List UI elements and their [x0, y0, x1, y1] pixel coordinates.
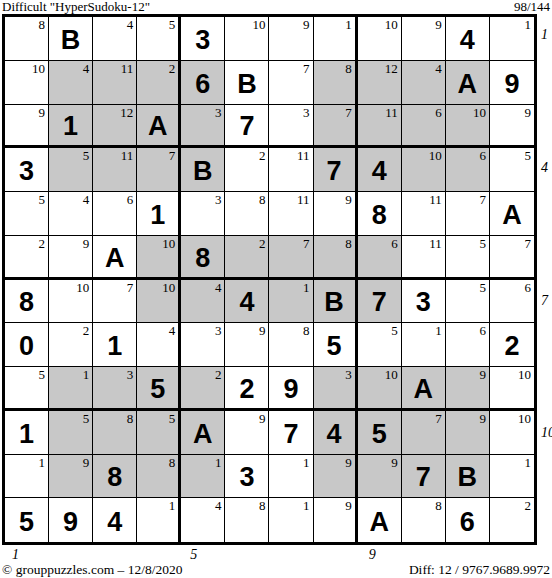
- given-glyph: 3: [181, 17, 224, 60]
- cell-r10c10[interactable]: 7: [402, 411, 446, 455]
- cell-r4c12[interactable]: 5: [490, 148, 534, 192]
- pencil-mark: 7: [169, 148, 176, 163]
- cell-r12c5[interactable]: 4: [181, 498, 225, 542]
- cell-r10c12[interactable]: 10: [490, 411, 534, 455]
- cell-r10c9[interactable]: 5: [358, 411, 402, 455]
- cell-r3c6[interactable]: 7: [225, 105, 269, 149]
- cell-r2c6[interactable]: B: [225, 61, 269, 105]
- cell-r5c7[interactable]: 11: [269, 192, 313, 236]
- row-label-10: 10: [541, 425, 552, 441]
- given-glyph: 7: [402, 455, 445, 498]
- cell-r4c4[interactable]: 7: [137, 148, 181, 192]
- cell-r4c9[interactable]: 4: [358, 148, 402, 192]
- given-glyph: A: [181, 411, 224, 454]
- cell-r3c8[interactable]: 7: [314, 105, 358, 149]
- cell-r11c2[interactable]: 9: [49, 455, 93, 499]
- pencil-mark: 10: [32, 61, 45, 76]
- given-glyph: 9: [490, 61, 534, 104]
- pencil-mark: 5: [479, 236, 486, 251]
- cell-r12c1[interactable]: 5: [5, 498, 49, 542]
- cell-r3c4[interactable]: A: [137, 105, 181, 149]
- given-glyph: A: [93, 236, 136, 277]
- cell-r7c8[interactable]: B: [314, 280, 358, 324]
- cell-r8c12[interactable]: 2: [490, 323, 534, 367]
- cell-r11c9[interactable]: 9: [358, 455, 402, 499]
- pencil-mark: 7: [127, 280, 134, 295]
- pencil-mark: 2: [259, 236, 266, 251]
- pencil-mark: 9: [259, 411, 266, 426]
- cell-r12c6[interactable]: 8: [225, 498, 269, 542]
- given-glyph: 7: [225, 105, 268, 146]
- cell-r1c3[interactable]: 4: [93, 17, 137, 61]
- cell-r12c12[interactable]: 2: [490, 498, 534, 542]
- cell-r4c1[interactable]: 3: [5, 148, 49, 192]
- cell-r11c3[interactable]: 8: [93, 455, 137, 499]
- cell-r5c4[interactable]: 1: [137, 192, 181, 236]
- pencil-mark: 4: [127, 17, 134, 32]
- pencil-mark: 10: [385, 367, 398, 382]
- pencil-mark: 9: [303, 17, 310, 32]
- cell-r6c4[interactable]: 10: [137, 236, 181, 280]
- cell-r2c10[interactable]: 4: [402, 61, 446, 105]
- cell-r5c10[interactable]: 11: [402, 192, 446, 236]
- copyright-text: © grouppuzzles.com – 12/8/2020: [2, 562, 182, 578]
- cell-r2c9[interactable]: 12: [358, 61, 402, 105]
- pencil-mark: 1: [524, 17, 531, 32]
- pencil-mark: 2: [39, 236, 46, 251]
- pencil-mark: 4: [215, 498, 222, 513]
- cell-r8c7[interactable]: 8: [269, 323, 313, 367]
- pencil-mark: 10: [76, 280, 89, 295]
- pencil-mark: 9: [524, 105, 531, 120]
- pencil-mark: 9: [479, 411, 486, 426]
- cell-r5c3[interactable]: 6: [93, 192, 137, 236]
- given-glyph: 0: [5, 323, 48, 366]
- cell-r3c11[interactable]: 10: [446, 105, 490, 149]
- cell-r4c3[interactable]: 11: [93, 148, 137, 192]
- pencil-mark: 2: [169, 61, 176, 76]
- pencil-mark: 10: [252, 17, 265, 32]
- given-glyph: A: [446, 61, 489, 104]
- cell-r12c10[interactable]: 8: [402, 498, 446, 542]
- cell-r6c10[interactable]: 11: [402, 236, 446, 280]
- puzzle-page: Difficult "HyperSudoku-12" 98/144 8B4531…: [0, 0, 552, 578]
- pencil-mark: 4: [215, 280, 222, 295]
- pencil-mark: 8: [259, 498, 266, 513]
- pencil-mark: 8: [303, 323, 310, 338]
- pencil-mark: 1: [215, 455, 222, 470]
- pencil-mark: 5: [39, 192, 46, 207]
- cell-r5c1[interactable]: 5: [5, 192, 49, 236]
- cell-r4c10[interactable]: 10: [402, 148, 446, 192]
- pencil-mark: 6: [435, 105, 442, 120]
- cell-r3c1[interactable]: 9: [5, 105, 49, 149]
- pencil-mark: 9: [83, 236, 90, 251]
- pencil-mark: 5: [169, 17, 176, 32]
- pencil-mark: 8: [345, 61, 352, 76]
- cell-r1c9[interactable]: 10: [358, 17, 402, 61]
- cell-r1c1[interactable]: 8: [5, 17, 49, 61]
- cell-r6c9[interactable]: 6: [358, 236, 402, 280]
- pencil-mark: 8: [259, 192, 266, 207]
- pencil-mark: 3: [215, 323, 222, 338]
- pencil-mark: 11: [297, 148, 310, 163]
- given-glyph: 2: [225, 367, 268, 408]
- cell-r10c7[interactable]: 7: [269, 411, 313, 455]
- given-glyph: 8: [5, 280, 48, 323]
- pencil-mark: 10: [473, 105, 486, 120]
- cell-r11c4[interactable]: 8: [137, 455, 181, 499]
- cell-r3c7[interactable]: 3: [269, 105, 313, 149]
- given-glyph: 3: [225, 455, 268, 498]
- cell-r3c2[interactable]: 1: [49, 105, 93, 149]
- cell-r4c2[interactable]: 5: [49, 148, 93, 192]
- cell-r4c5[interactable]: B: [181, 148, 225, 192]
- cell-r9c12[interactable]: 10: [490, 367, 534, 411]
- cell-r7c4[interactable]: 10: [137, 280, 181, 324]
- cell-r3c3[interactable]: 12: [93, 105, 137, 149]
- pencil-mark: 1: [303, 498, 310, 513]
- cell-r7c5[interactable]: 4: [181, 280, 225, 324]
- pencil-mark: 9: [391, 455, 398, 470]
- cell-r9c3[interactable]: 3: [93, 367, 137, 411]
- cell-r8c9[interactable]: 5: [358, 323, 402, 367]
- given-glyph: 1: [49, 105, 92, 146]
- cell-r8c6[interactable]: 9: [225, 323, 269, 367]
- given-glyph: 4: [446, 17, 489, 60]
- cell-r6c12[interactable]: 7: [490, 236, 534, 280]
- pencil-mark: 11: [429, 192, 442, 207]
- cell-r12c3[interactable]: 4: [93, 498, 137, 542]
- pencil-mark: 11: [385, 105, 398, 120]
- cell-r6c8[interactable]: 8: [314, 236, 358, 280]
- cell-r9c7[interactable]: 9: [269, 367, 313, 411]
- given-glyph: 7: [269, 411, 312, 454]
- given-glyph: 3: [5, 148, 48, 191]
- pencil-mark: 2: [83, 323, 90, 338]
- cell-r11c8[interactable]: 9: [314, 455, 358, 499]
- pencil-mark: 2: [259, 148, 266, 163]
- puzzle-counter: 98/144: [514, 0, 550, 14]
- pencil-mark: 7: [479, 192, 486, 207]
- cell-r10c2[interactable]: 5: [49, 411, 93, 455]
- row-label-4: 4: [541, 160, 548, 176]
- cell-r5c9[interactable]: 8: [358, 192, 402, 236]
- pencil-mark: 5: [169, 411, 176, 426]
- given-glyph: 5: [358, 411, 401, 454]
- cell-r5c5[interactable]: 3: [181, 192, 225, 236]
- cell-r9c2[interactable]: 1: [49, 367, 93, 411]
- given-glyph: 4: [93, 498, 136, 542]
- pencil-mark: 9: [435, 17, 442, 32]
- cell-r8c4[interactable]: 4: [137, 323, 181, 367]
- given-glyph: 3: [402, 280, 445, 323]
- pencil-mark: 3: [345, 367, 352, 382]
- cell-r9c11[interactable]: 9: [446, 367, 490, 411]
- cell-r5c12[interactable]: A: [490, 192, 534, 236]
- pencil-mark: 7: [524, 236, 531, 251]
- given-glyph: 2: [490, 323, 534, 366]
- cell-r10c5[interactable]: A: [181, 411, 225, 455]
- given-glyph: A: [490, 192, 534, 235]
- cell-r3c5[interactable]: 3: [181, 105, 225, 149]
- cell-r10c1[interactable]: 1: [5, 411, 49, 455]
- pencil-mark: 10: [162, 280, 175, 295]
- pencil-mark: 3: [127, 367, 134, 382]
- cell-r4c11[interactable]: 6: [446, 148, 490, 192]
- cell-r1c2[interactable]: B: [49, 17, 93, 61]
- cell-r2c5[interactable]: 6: [181, 61, 225, 105]
- cell-r10c3[interactable]: 8: [93, 411, 137, 455]
- given-glyph: 4: [225, 280, 268, 323]
- pencil-mark: 7: [435, 411, 442, 426]
- cell-r1c7[interactable]: 9: [269, 17, 313, 61]
- cell-r8c11[interactable]: 6: [446, 323, 490, 367]
- cell-r11c11[interactable]: B: [446, 455, 490, 499]
- cell-r9c1[interactable]: 5: [5, 367, 49, 411]
- cell-r9c6[interactable]: 2: [225, 367, 269, 411]
- cell-r6c6[interactable]: 2: [225, 236, 269, 280]
- given-glyph: 4: [358, 148, 401, 191]
- cell-r5c2[interactable]: 4: [49, 192, 93, 236]
- cell-r1c10[interactable]: 9: [402, 17, 446, 61]
- cell-r7c1[interactable]: 8: [5, 280, 49, 324]
- cell-r6c11[interactable]: 5: [446, 236, 490, 280]
- given-glyph: 6: [181, 61, 224, 104]
- cell-r5c8[interactable]: 9: [314, 192, 358, 236]
- cell-r11c10[interactable]: 7: [402, 455, 446, 499]
- cell-r2c4[interactable]: 2: [137, 61, 181, 105]
- pencil-mark: 6: [127, 192, 134, 207]
- given-glyph: 8: [93, 455, 136, 498]
- cell-r6c7[interactable]: 7: [269, 236, 313, 280]
- cell-r11c7[interactable]: 1: [269, 455, 313, 499]
- cell-r6c2[interactable]: 9: [49, 236, 93, 280]
- cell-r9c4[interactable]: 5: [137, 367, 181, 411]
- cell-r6c1[interactable]: 2: [5, 236, 49, 280]
- cell-r8c2[interactable]: 2: [49, 323, 93, 367]
- cell-r2c12[interactable]: 9: [490, 61, 534, 105]
- cell-r7c2[interactable]: 10: [49, 280, 93, 324]
- given-glyph: 1: [5, 411, 48, 454]
- footer: © grouppuzzles.com – 12/8/2020 Diff: 12 …: [2, 561, 550, 578]
- cell-r7c11[interactable]: 5: [446, 280, 490, 324]
- given-glyph: B: [314, 280, 355, 323]
- pencil-mark: 8: [127, 411, 134, 426]
- row-label-7: 7: [541, 293, 548, 309]
- pencil-mark: 8: [39, 17, 46, 32]
- cell-r12c8[interactable]: 9: [314, 498, 358, 542]
- cell-r7c6[interactable]: 4: [225, 280, 269, 324]
- pencil-mark: 10: [429, 148, 442, 163]
- puzzle-title: Difficult "HyperSudoku-12": [2, 0, 150, 14]
- pencil-mark: 9: [39, 105, 46, 120]
- cell-r10c8[interactable]: 4: [314, 411, 358, 455]
- pencil-mark: 11: [429, 236, 442, 251]
- pencil-mark: 4: [83, 61, 90, 76]
- given-glyph: B: [49, 17, 92, 60]
- cell-r12c4[interactable]: 1: [137, 498, 181, 542]
- pencil-mark: 4: [83, 192, 90, 207]
- cell-r11c6[interactable]: 3: [225, 455, 269, 499]
- cell-r6c5[interactable]: 8: [181, 236, 225, 280]
- row-label-1: 1: [541, 27, 548, 43]
- cell-r12c2[interactable]: 9: [49, 498, 93, 542]
- cell-r10c4[interactable]: 5: [137, 411, 181, 455]
- given-glyph: 5: [5, 498, 48, 542]
- cell-r4c8[interactable]: 7: [314, 148, 358, 192]
- pencil-mark: 10: [518, 411, 531, 426]
- pencil-mark: 4: [435, 61, 442, 76]
- given-glyph: B: [225, 61, 268, 104]
- cell-r7c10[interactable]: 3: [402, 280, 446, 324]
- header: Difficult "HyperSudoku-12" 98/144: [2, 0, 550, 14]
- pencil-mark: 5: [39, 367, 46, 382]
- given-glyph: 8: [181, 236, 224, 277]
- pencil-mark: 1: [83, 367, 90, 382]
- pencil-mark: 8: [345, 236, 352, 251]
- cell-r2c8[interactable]: 8: [314, 61, 358, 105]
- cell-r11c1[interactable]: 1: [5, 455, 49, 499]
- pencil-mark: 3: [303, 105, 310, 120]
- cell-r5c11[interactable]: 7: [446, 192, 490, 236]
- given-glyph: A: [402, 367, 445, 408]
- pencil-mark: 9: [345, 192, 352, 207]
- given-glyph: 5: [137, 367, 178, 408]
- pencil-mark: 9: [83, 455, 90, 470]
- given-glyph: 7: [314, 148, 355, 191]
- pencil-mark: 6: [479, 323, 486, 338]
- cell-r2c2[interactable]: 4: [49, 61, 93, 105]
- pencil-mark: 3: [215, 192, 222, 207]
- given-glyph: B: [181, 148, 224, 191]
- cell-r8c3[interactable]: 1: [93, 323, 137, 367]
- cell-r1c6[interactable]: 10: [225, 17, 269, 61]
- pencil-mark: 2: [215, 367, 222, 382]
- pencil-mark: 6: [479, 148, 486, 163]
- cell-r9c8[interactable]: 3: [314, 367, 358, 411]
- pencil-mark: 10: [162, 236, 175, 251]
- cell-r2c3[interactable]: 11: [93, 61, 137, 105]
- pencil-mark: 9: [259, 323, 266, 338]
- cell-r8c8[interactable]: 5: [314, 323, 358, 367]
- given-glyph: A: [137, 105, 178, 146]
- cell-r12c7[interactable]: 1: [269, 498, 313, 542]
- pencil-mark: 1: [169, 498, 176, 513]
- cell-r4c6[interactable]: 2: [225, 148, 269, 192]
- cell-r7c3[interactable]: 7: [93, 280, 137, 324]
- cell-r10c6[interactable]: 9: [225, 411, 269, 455]
- cell-r12c9[interactable]: A: [358, 498, 402, 542]
- pencil-mark: 7: [303, 61, 310, 76]
- cell-r1c11[interactable]: 4: [446, 17, 490, 61]
- pencil-mark: 1: [303, 455, 310, 470]
- cell-r11c12[interactable]: 1: [490, 455, 534, 499]
- pencil-mark: 1: [39, 455, 46, 470]
- cell-r7c12[interactable]: 6: [490, 280, 534, 324]
- cell-r5c6[interactable]: 8: [225, 192, 269, 236]
- pencil-mark: 6: [524, 280, 531, 295]
- pencil-mark: 5: [83, 411, 90, 426]
- pencil-mark: 3: [215, 105, 222, 120]
- cell-r7c7[interactable]: 1: [269, 280, 313, 324]
- pencil-mark: 7: [303, 236, 310, 251]
- cell-r3c10[interactable]: 6: [402, 105, 446, 149]
- pencil-mark: 1: [345, 17, 352, 32]
- cell-r7c9[interactable]: 7: [358, 280, 402, 324]
- given-glyph: 7: [358, 280, 401, 323]
- given-glyph: 6: [446, 498, 489, 542]
- cell-r3c9[interactable]: 11: [358, 105, 402, 149]
- pencil-mark: 9: [345, 455, 352, 470]
- cell-r1c12[interactable]: 1: [490, 17, 534, 61]
- pencil-mark: 12: [385, 61, 398, 76]
- cell-r1c8[interactable]: 1: [314, 17, 358, 61]
- pencil-mark: 8: [169, 455, 176, 470]
- given-glyph: 5: [314, 323, 355, 366]
- cell-r8c5[interactable]: 3: [181, 323, 225, 367]
- cell-r2c1[interactable]: 10: [5, 61, 49, 105]
- pencil-mark: 6: [391, 236, 398, 251]
- cell-r9c5[interactable]: 2: [181, 367, 225, 411]
- given-glyph: 9: [49, 498, 92, 542]
- cell-r4c7[interactable]: 11: [269, 148, 313, 192]
- pencil-mark: 2: [524, 498, 531, 513]
- given-glyph: B: [446, 455, 489, 498]
- cell-r6c3[interactable]: A: [93, 236, 137, 280]
- cell-r10c11[interactable]: 9: [446, 411, 490, 455]
- pencil-mark: 5: [391, 323, 398, 338]
- pencil-mark: 1: [435, 323, 442, 338]
- cell-r9c9[interactable]: 10: [358, 367, 402, 411]
- cell-r2c11[interactable]: A: [446, 61, 490, 105]
- pencil-mark: 11: [297, 192, 310, 207]
- cell-r1c4[interactable]: 5: [137, 17, 181, 61]
- pencil-mark: 5: [479, 280, 486, 295]
- sudoku-board: 8B4531091109411041126B78124A99112A373711…: [2, 14, 537, 545]
- pencil-mark: 1: [524, 455, 531, 470]
- pencil-mark: 9: [479, 367, 486, 382]
- cell-r8c1[interactable]: 0: [5, 323, 49, 367]
- pencil-mark: 7: [345, 105, 352, 120]
- given-glyph: 1: [137, 192, 178, 235]
- pencil-mark: 1: [303, 280, 310, 295]
- cell-r9c10[interactable]: A: [402, 367, 446, 411]
- pencil-mark: 9: [345, 498, 352, 513]
- pencil-mark: 12: [120, 105, 133, 120]
- given-glyph: 4: [314, 411, 355, 454]
- difficulty-text: Diff: 12 / 9767.9689.9972: [409, 562, 550, 578]
- cell-r12c11[interactable]: 6: [446, 498, 490, 542]
- given-glyph: 8: [358, 192, 401, 235]
- pencil-mark: 5: [524, 148, 531, 163]
- given-glyph: 1: [93, 323, 136, 366]
- cell-r3c12[interactable]: 9: [490, 105, 534, 149]
- cell-r2c7[interactable]: 7: [269, 61, 313, 105]
- given-glyph: 9: [269, 367, 312, 408]
- pencil-mark: 10: [385, 17, 398, 32]
- cell-r8c10[interactable]: 1: [402, 323, 446, 367]
- pencil-mark: 5: [83, 148, 90, 163]
- cell-r1c5[interactable]: 3: [181, 17, 225, 61]
- cell-r11c5[interactable]: 1: [181, 455, 225, 499]
- pencil-mark: 4: [169, 323, 176, 338]
- pencil-mark: 11: [121, 61, 134, 76]
- pencil-mark: 11: [121, 148, 134, 163]
- given-glyph: A: [358, 498, 401, 542]
- pencil-mark: 10: [518, 367, 531, 382]
- pencil-mark: 8: [435, 498, 442, 513]
